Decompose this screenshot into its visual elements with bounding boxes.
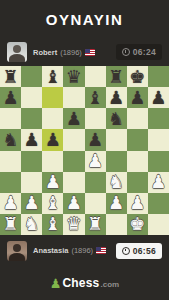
square-a2[interactable]: ♟ <box>0 193 21 214</box>
square-h5[interactable] <box>148 129 169 150</box>
square-c2[interactable]: ♝ <box>42 193 63 214</box>
square-f5[interactable] <box>106 129 127 150</box>
square-c7[interactable] <box>42 87 63 108</box>
square-c5[interactable]: ♟ <box>42 129 63 150</box>
opponent-clock: 06:24 <box>116 44 162 60</box>
white-pawn: ♟ <box>24 194 40 212</box>
square-a4[interactable] <box>0 151 21 172</box>
player-player-bar[interactable]: Anastasia (1896) 06:56 <box>0 235 169 266</box>
chesscom-logo[interactable]: ♟ Chess .com <box>50 276 119 290</box>
square-h6[interactable] <box>148 108 169 129</box>
square-b5[interactable]: ♟ <box>21 129 42 150</box>
square-g1[interactable]: ♚ <box>127 214 148 235</box>
square-e2[interactable] <box>85 193 106 214</box>
square-h4[interactable] <box>148 151 169 172</box>
square-g7[interactable]: ♟ <box>127 87 148 108</box>
opponent-avatar[interactable] <box>7 42 27 62</box>
white-rook: ♜ <box>2 215 18 233</box>
black-pawn: ♟ <box>87 130 103 148</box>
white-pawn: ♟ <box>45 173 61 191</box>
square-f7[interactable]: ♟ <box>106 87 127 108</box>
square-e4[interactable]: ♟ <box>85 151 106 172</box>
white-pawn: ♟ <box>87 152 103 170</box>
square-e8[interactable] <box>85 66 106 87</box>
opponent-rating: (1896) <box>60 48 82 57</box>
square-c4[interactable] <box>42 151 63 172</box>
player-meta: Anastasia (1896) <box>33 246 110 255</box>
square-g5[interactable] <box>127 129 148 150</box>
app-footer: ♟ Chess .com <box>0 266 169 300</box>
opponent-name: Robert <box>33 48 57 57</box>
player-name: Anastasia <box>33 246 68 255</box>
square-b6[interactable] <box>21 108 42 129</box>
square-h8[interactable] <box>148 66 169 87</box>
square-a6[interactable] <box>0 108 21 129</box>
white-knight: ♞ <box>108 173 124 191</box>
square-f6[interactable]: ♞ <box>106 108 127 129</box>
square-c3[interactable]: ♟ <box>42 172 63 193</box>
black-pawn: ♟ <box>108 88 124 106</box>
square-b1[interactable]: ♞ <box>21 214 42 235</box>
square-d7[interactable] <box>63 87 84 108</box>
square-a1[interactable]: ♜ <box>0 214 21 235</box>
clock-icon <box>122 48 130 56</box>
square-h2[interactable] <box>148 193 169 214</box>
player-clock: 06:56 <box>116 243 162 259</box>
white-knight: ♞ <box>24 215 40 233</box>
square-b4[interactable] <box>21 151 42 172</box>
square-d6[interactable]: ♟ <box>63 108 84 129</box>
square-h7[interactable]: ♟ <box>148 87 169 108</box>
square-a8[interactable]: ♜ <box>0 66 21 87</box>
square-f8[interactable]: ♜ <box>106 66 127 87</box>
square-f3[interactable]: ♞ <box>106 172 127 193</box>
square-e5[interactable]: ♟ <box>85 129 106 150</box>
square-c6[interactable] <box>42 108 63 129</box>
white-pawn: ♟ <box>2 194 18 212</box>
square-b7[interactable] <box>21 87 42 108</box>
square-g3[interactable] <box>127 172 148 193</box>
square-g2[interactable]: ♟ <box>127 193 148 214</box>
white-king: ♚ <box>129 215 145 233</box>
square-f2[interactable]: ♟ <box>106 193 127 214</box>
chesscom-pawn-logo-icon: ♟ <box>50 277 62 290</box>
black-queen: ♛ <box>66 67 82 85</box>
page-title: OYNAYIN <box>46 11 123 28</box>
white-rook: ♜ <box>87 215 103 233</box>
square-b8[interactable] <box>21 66 42 87</box>
opponent-meta: Robert (1896) <box>33 48 110 57</box>
square-a3[interactable] <box>0 172 21 193</box>
black-pawn: ♟ <box>150 88 166 106</box>
white-bishop: ♝ <box>45 194 61 212</box>
square-h1[interactable] <box>148 214 169 235</box>
white-queen: ♛ <box>66 215 82 233</box>
square-d8[interactable]: ♛ <box>63 66 84 87</box>
logo-text: Chess <box>62 276 99 290</box>
square-c8[interactable]: ♝ <box>42 66 63 87</box>
white-pawn: ♟ <box>129 194 145 212</box>
square-g8[interactable]: ♚ <box>127 66 148 87</box>
square-a7[interactable]: ♟ <box>0 87 21 108</box>
black-king: ♚ <box>129 67 145 85</box>
black-pawn: ♟ <box>66 109 82 127</box>
square-f4[interactable] <box>106 151 127 172</box>
opponent-clock-time: 06:24 <box>133 47 156 57</box>
black-pawn: ♟ <box>2 88 18 106</box>
square-c1[interactable]: ♝ <box>42 214 63 235</box>
white-pawn: ♟ <box>150 173 166 191</box>
square-b2[interactable]: ♟ <box>21 193 42 214</box>
us-flag-icon <box>85 49 95 56</box>
black-bishop: ♝ <box>87 88 103 106</box>
black-rook: ♜ <box>2 67 18 85</box>
square-e1[interactable]: ♜ <box>85 214 106 235</box>
square-g6[interactable] <box>127 108 148 129</box>
square-a5[interactable]: ♞ <box>0 129 21 150</box>
clock-icon <box>122 247 130 255</box>
player-avatar[interactable] <box>7 241 27 261</box>
square-d5[interactable] <box>63 129 84 150</box>
white-pawn: ♟ <box>66 194 82 212</box>
black-bishop: ♝ <box>45 67 61 85</box>
square-d1[interactable]: ♛ <box>63 214 84 235</box>
player-clock-time: 06:56 <box>133 246 156 256</box>
opponent-player-bar[interactable]: Robert (1896) 06:24 <box>0 38 169 66</box>
player-rating: (1896) <box>71 246 93 255</box>
square-e6[interactable] <box>85 108 106 129</box>
us-flag-icon <box>96 247 106 254</box>
square-g4[interactable] <box>127 151 148 172</box>
white-pawn: ♟ <box>108 194 124 212</box>
white-bishop: ♝ <box>45 215 61 233</box>
square-f1[interactable] <box>106 214 127 235</box>
square-d2[interactable]: ♟ <box>63 193 84 214</box>
square-e3[interactable] <box>85 172 106 193</box>
square-h3[interactable]: ♟ <box>148 172 169 193</box>
app-header: OYNAYIN <box>0 0 169 38</box>
square-d4[interactable] <box>63 151 84 172</box>
chess-board: ♜♝♛♜♚♟♝♟♟♟♟♞♞♟♟♟♟♟♞♟♟♟♝♟♟♟♜♞♝♛♜♚ <box>0 66 169 235</box>
black-rook: ♜ <box>108 67 124 85</box>
black-knight: ♞ <box>2 130 18 148</box>
logo-suffix-text: .com <box>101 280 120 289</box>
square-d3[interactable] <box>63 172 84 193</box>
black-pawn: ♟ <box>24 130 40 148</box>
black-pawn: ♟ <box>129 88 145 106</box>
square-b3[interactable] <box>21 172 42 193</box>
black-pawn: ♟ <box>45 130 61 148</box>
black-knight: ♞ <box>108 109 124 127</box>
square-e7[interactable]: ♝ <box>85 87 106 108</box>
